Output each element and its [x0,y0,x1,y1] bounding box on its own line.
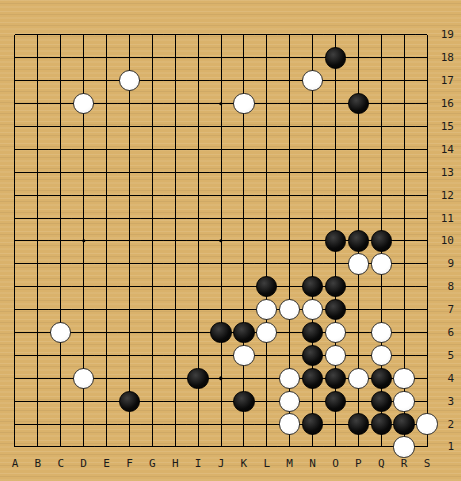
intersection-K10[interactable] [232,230,255,253]
intersection-E18[interactable] [95,46,118,69]
intersection-E7[interactable] [95,298,118,321]
intersection-G4[interactable] [141,367,164,390]
intersection-K17[interactable] [232,69,255,92]
intersection-J17[interactable] [210,69,233,92]
intersection-O9[interactable] [324,252,347,275]
intersection-G9[interactable] [141,252,164,275]
intersection-G18[interactable] [141,46,164,69]
intersection-O17[interactable] [324,69,347,92]
intersection-M13[interactable] [278,161,301,184]
intersection-L14[interactable] [255,138,278,161]
intersection-R8[interactable] [393,275,416,298]
intersection-Q18[interactable] [370,46,393,69]
intersection-I3[interactable] [187,390,210,413]
intersection-A14[interactable] [4,138,27,161]
intersection-E8[interactable] [95,275,118,298]
intersection-F12[interactable] [118,184,141,207]
intersection-N16[interactable] [301,92,324,115]
intersection-K12[interactable] [232,184,255,207]
intersection-I17[interactable] [187,69,210,92]
intersection-G2[interactable] [141,413,164,436]
intersection-F17[interactable] [118,69,141,92]
intersection-N2[interactable] [301,413,324,436]
intersection-R3[interactable] [393,390,416,413]
intersection-P7[interactable] [347,298,370,321]
intersection-L16[interactable] [255,92,278,115]
intersection-P9[interactable] [347,252,370,275]
intersection-B8[interactable] [26,275,49,298]
intersection-I11[interactable] [187,207,210,230]
intersection-C19[interactable] [49,24,72,47]
intersection-H17[interactable] [164,69,187,92]
intersection-P18[interactable] [347,46,370,69]
intersection-C16[interactable] [49,92,72,115]
intersection-N11[interactable] [301,207,324,230]
intersection-D14[interactable] [72,138,95,161]
intersection-M6[interactable] [278,321,301,344]
intersection-C8[interactable] [49,275,72,298]
intersection-I15[interactable] [187,115,210,138]
intersection-P17[interactable] [347,69,370,92]
intersection-D3[interactable] [72,390,95,413]
intersection-C17[interactable] [49,69,72,92]
intersection-D16[interactable] [72,92,95,115]
intersection-H12[interactable] [164,184,187,207]
intersection-Q5[interactable] [370,344,393,367]
intersection-O13[interactable] [324,161,347,184]
intersection-P5[interactable] [347,344,370,367]
intersection-Q7[interactable] [370,298,393,321]
intersection-O5[interactable] [324,344,347,367]
intersection-E15[interactable] [95,115,118,138]
intersection-H18[interactable] [164,46,187,69]
intersection-F10[interactable] [118,230,141,253]
intersection-E10[interactable] [95,230,118,253]
intersection-I6[interactable] [187,321,210,344]
intersection-P8[interactable] [347,275,370,298]
intersection-H15[interactable] [164,115,187,138]
intersection-K6[interactable] [232,321,255,344]
intersection-C5[interactable] [49,344,72,367]
intersection-P12[interactable] [347,184,370,207]
intersection-Q19[interactable] [370,24,393,47]
intersection-C2[interactable] [49,413,72,436]
intersection-H2[interactable] [164,413,187,436]
intersection-H6[interactable] [164,321,187,344]
intersection-O15[interactable] [324,115,347,138]
intersection-L6[interactable] [255,321,278,344]
intersection-K3[interactable] [232,390,255,413]
intersection-B3[interactable] [26,390,49,413]
intersection-A2[interactable] [4,413,27,436]
intersection-A13[interactable] [4,161,27,184]
intersection-I16[interactable] [187,92,210,115]
intersection-I4[interactable] [187,367,210,390]
intersection-I8[interactable] [187,275,210,298]
intersection-D12[interactable] [72,184,95,207]
intersection-B12[interactable] [26,184,49,207]
intersection-N15[interactable] [301,115,324,138]
intersection-E4[interactable] [95,367,118,390]
intersection-E3[interactable] [95,390,118,413]
intersection-H16[interactable] [164,92,187,115]
intersection-B6[interactable] [26,321,49,344]
intersection-M3[interactable] [278,390,301,413]
intersection-D19[interactable] [72,24,95,47]
intersection-L8[interactable] [255,275,278,298]
intersection-H13[interactable] [164,161,187,184]
intersection-G13[interactable] [141,161,164,184]
intersection-F11[interactable] [118,207,141,230]
intersection-C15[interactable] [49,115,72,138]
intersection-K14[interactable] [232,138,255,161]
intersection-D4[interactable] [72,367,95,390]
intersection-L5[interactable] [255,344,278,367]
intersection-J8[interactable] [210,275,233,298]
intersection-K18[interactable] [232,46,255,69]
intersection-K9[interactable] [232,252,255,275]
intersection-A6[interactable] [4,321,27,344]
intersection-N12[interactable] [301,184,324,207]
intersection-N17[interactable] [301,69,324,92]
intersection-O16[interactable] [324,92,347,115]
intersection-F9[interactable] [118,252,141,275]
intersection-Q3[interactable] [370,390,393,413]
intersection-L13[interactable] [255,161,278,184]
intersection-C10[interactable] [49,230,72,253]
intersection-K19[interactable] [232,24,255,47]
intersection-F13[interactable] [118,161,141,184]
intersection-I9[interactable] [187,252,210,275]
intersection-O11[interactable] [324,207,347,230]
intersection-E19[interactable] [95,24,118,47]
intersection-G17[interactable] [141,69,164,92]
intersection-M11[interactable] [278,207,301,230]
intersection-G5[interactable] [141,344,164,367]
intersection-D7[interactable] [72,298,95,321]
intersection-O7[interactable] [324,298,347,321]
intersection-N4[interactable] [301,367,324,390]
intersection-A9[interactable] [4,252,27,275]
intersection-P11[interactable] [347,207,370,230]
intersection-H7[interactable] [164,298,187,321]
intersection-O8[interactable] [324,275,347,298]
intersection-P14[interactable] [347,138,370,161]
intersection-G8[interactable] [141,275,164,298]
intersection-G7[interactable] [141,298,164,321]
intersection-J15[interactable] [210,115,233,138]
intersection-R16[interactable] [393,92,416,115]
intersection-D2[interactable] [72,413,95,436]
intersection-H8[interactable] [164,275,187,298]
intersection-A11[interactable] [4,207,27,230]
intersection-E12[interactable] [95,184,118,207]
intersection-Q2[interactable] [370,413,393,436]
intersection-I14[interactable] [187,138,210,161]
intersection-F16[interactable] [118,92,141,115]
intersection-M15[interactable] [278,115,301,138]
intersection-N6[interactable] [301,321,324,344]
intersection-L11[interactable] [255,207,278,230]
intersection-P6[interactable] [347,321,370,344]
intersection-F15[interactable] [118,115,141,138]
intersection-K11[interactable] [232,207,255,230]
intersection-A10[interactable] [4,230,27,253]
intersection-G14[interactable] [141,138,164,161]
intersection-D11[interactable] [72,207,95,230]
intersection-O10[interactable] [324,230,347,253]
intersection-L4[interactable] [255,367,278,390]
intersection-I7[interactable] [187,298,210,321]
intersection-P15[interactable] [347,115,370,138]
intersection-L17[interactable] [255,69,278,92]
intersection-O19[interactable] [324,24,347,47]
intersection-J13[interactable] [210,161,233,184]
intersection-K8[interactable] [232,275,255,298]
intersection-J11[interactable] [210,207,233,230]
intersection-C4[interactable] [49,367,72,390]
intersection-G10[interactable] [141,230,164,253]
intersection-E2[interactable] [95,413,118,436]
intersection-F4[interactable] [118,367,141,390]
intersection-R18[interactable] [393,46,416,69]
intersection-C12[interactable] [49,184,72,207]
intersection-A16[interactable] [4,92,27,115]
intersection-K16[interactable] [232,92,255,115]
intersection-J16[interactable] [210,92,233,115]
intersection-Q15[interactable] [370,115,393,138]
intersection-A15[interactable] [4,115,27,138]
intersection-Q9[interactable] [370,252,393,275]
intersection-Q12[interactable] [370,184,393,207]
intersection-H14[interactable] [164,138,187,161]
intersection-B18[interactable] [26,46,49,69]
intersection-H11[interactable] [164,207,187,230]
intersection-N18[interactable] [301,46,324,69]
intersection-H3[interactable] [164,390,187,413]
intersection-N5[interactable] [301,344,324,367]
intersection-L3[interactable] [255,390,278,413]
intersection-R11[interactable] [393,207,416,230]
intersection-B15[interactable] [26,115,49,138]
intersection-A3[interactable] [4,390,27,413]
intersection-H5[interactable] [164,344,187,367]
intersection-F3[interactable] [118,390,141,413]
intersection-R5[interactable] [393,344,416,367]
intersection-D5[interactable] [72,344,95,367]
intersection-H4[interactable] [164,367,187,390]
intersection-C9[interactable] [49,252,72,275]
intersection-R15[interactable] [393,115,416,138]
intersection-O2[interactable] [324,413,347,436]
intersection-Q8[interactable] [370,275,393,298]
intersection-G16[interactable] [141,92,164,115]
intersection-M5[interactable] [278,344,301,367]
intersection-M16[interactable] [278,92,301,115]
intersection-N19[interactable] [301,24,324,47]
intersection-C18[interactable] [49,46,72,69]
intersection-M18[interactable] [278,46,301,69]
intersection-E5[interactable] [95,344,118,367]
intersection-C6[interactable] [49,321,72,344]
intersection-M17[interactable] [278,69,301,92]
intersection-G11[interactable] [141,207,164,230]
intersection-F8[interactable] [118,275,141,298]
intersection-P19[interactable] [347,24,370,47]
intersection-I13[interactable] [187,161,210,184]
intersection-B4[interactable] [26,367,49,390]
intersection-H10[interactable] [164,230,187,253]
intersection-E14[interactable] [95,138,118,161]
intersection-R4[interactable] [393,367,416,390]
intersection-Q4[interactable] [370,367,393,390]
intersection-P13[interactable] [347,161,370,184]
intersection-E17[interactable] [95,69,118,92]
intersection-I12[interactable] [187,184,210,207]
intersection-R14[interactable] [393,138,416,161]
intersection-A8[interactable] [4,275,27,298]
intersection-M2[interactable] [278,413,301,436]
intersection-D10[interactable] [72,230,95,253]
intersection-G6[interactable] [141,321,164,344]
intersection-B10[interactable] [26,230,49,253]
intersection-F7[interactable] [118,298,141,321]
intersection-L12[interactable] [255,184,278,207]
intersection-D8[interactable] [72,275,95,298]
intersection-G15[interactable] [141,115,164,138]
intersection-L10[interactable] [255,230,278,253]
intersection-E16[interactable] [95,92,118,115]
intersection-A12[interactable] [4,184,27,207]
intersection-F5[interactable] [118,344,141,367]
intersection-M8[interactable] [278,275,301,298]
intersection-J7[interactable] [210,298,233,321]
intersection-N8[interactable] [301,275,324,298]
intersection-N10[interactable] [301,230,324,253]
intersection-R6[interactable] [393,321,416,344]
intersection-K15[interactable] [232,115,255,138]
intersection-E13[interactable] [95,161,118,184]
intersection-F6[interactable] [118,321,141,344]
intersection-N13[interactable] [301,161,324,184]
intersection-L15[interactable] [255,115,278,138]
intersection-C11[interactable] [49,207,72,230]
intersection-J12[interactable] [210,184,233,207]
intersection-E9[interactable] [95,252,118,275]
intersection-B13[interactable] [26,161,49,184]
intersection-J10[interactable] [210,230,233,253]
intersection-A19[interactable] [4,24,27,47]
intersection-O14[interactable] [324,138,347,161]
intersection-B11[interactable] [26,207,49,230]
intersection-A5[interactable] [4,344,27,367]
intersection-F19[interactable] [118,24,141,47]
intersection-I2[interactable] [187,413,210,436]
intersection-N7[interactable] [301,298,324,321]
intersection-B19[interactable] [26,24,49,47]
intersection-I5[interactable] [187,344,210,367]
intersection-M10[interactable] [278,230,301,253]
intersection-J3[interactable] [210,390,233,413]
intersection-J5[interactable] [210,344,233,367]
intersection-Q6[interactable] [370,321,393,344]
intersection-M7[interactable] [278,298,301,321]
intersection-A18[interactable] [4,46,27,69]
intersection-J18[interactable] [210,46,233,69]
intersection-C7[interactable] [49,298,72,321]
intersection-M12[interactable] [278,184,301,207]
intersection-J9[interactable] [210,252,233,275]
intersection-N9[interactable] [301,252,324,275]
intersection-R9[interactable] [393,252,416,275]
intersection-R17[interactable] [393,69,416,92]
intersection-I10[interactable] [187,230,210,253]
intersection-H9[interactable] [164,252,187,275]
intersection-L9[interactable] [255,252,278,275]
intersection-F14[interactable] [118,138,141,161]
intersection-P2[interactable] [347,413,370,436]
intersection-G3[interactable] [141,390,164,413]
intersection-D17[interactable] [72,69,95,92]
intersection-R7[interactable] [393,298,416,321]
intersection-E11[interactable] [95,207,118,230]
intersection-N14[interactable] [301,138,324,161]
intersection-I19[interactable] [187,24,210,47]
intersection-C3[interactable] [49,390,72,413]
intersection-Q16[interactable] [370,92,393,115]
intersection-J19[interactable] [210,24,233,47]
intersection-B7[interactable] [26,298,49,321]
intersection-B17[interactable] [26,69,49,92]
intersection-F2[interactable] [118,413,141,436]
intersection-R13[interactable] [393,161,416,184]
intersection-Q11[interactable] [370,207,393,230]
intersection-K13[interactable] [232,161,255,184]
intersection-R12[interactable] [393,184,416,207]
intersection-O3[interactable] [324,390,347,413]
intersection-B16[interactable] [26,92,49,115]
intersection-O18[interactable] [324,46,347,69]
intersection-D15[interactable] [72,115,95,138]
intersection-B9[interactable] [26,252,49,275]
intersection-Q17[interactable] [370,69,393,92]
intersection-O4[interactable] [324,367,347,390]
intersection-K5[interactable] [232,344,255,367]
intersection-Q10[interactable] [370,230,393,253]
intersection-J2[interactable] [210,413,233,436]
intersection-K2[interactable] [232,413,255,436]
intersection-R10[interactable] [393,230,416,253]
intersection-B14[interactable] [26,138,49,161]
intersection-R2[interactable] [393,413,416,436]
intersection-M4[interactable] [278,367,301,390]
intersection-F18[interactable] [118,46,141,69]
intersection-A4[interactable] [4,367,27,390]
intersection-Q13[interactable] [370,161,393,184]
intersection-A17[interactable] [4,69,27,92]
intersection-P16[interactable] [347,92,370,115]
intersection-G12[interactable] [141,184,164,207]
intersection-M19[interactable] [278,24,301,47]
intersection-D13[interactable] [72,161,95,184]
intersection-N3[interactable] [301,390,324,413]
intersection-J4[interactable] [210,367,233,390]
intersection-L19[interactable] [255,24,278,47]
intersection-K7[interactable] [232,298,255,321]
intersection-P4[interactable] [347,367,370,390]
intersection-L2[interactable] [255,413,278,436]
intersection-A7[interactable] [4,298,27,321]
